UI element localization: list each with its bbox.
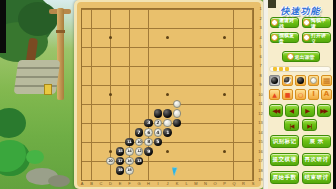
board-cell[interactable]: 12 [134,147,144,157]
board-cell[interactable] [144,52,154,62]
board-cell[interactable]: 14 [125,147,135,157]
letter-i-marker[interactable]: I [308,89,319,100]
board-cell[interactable] [115,109,125,119]
board-cell[interactable] [172,71,182,81]
board-cell[interactable] [144,42,154,52]
board-cell[interactable]: 15 [115,147,125,157]
board-cell[interactable] [172,23,182,33]
board-cell[interactable] [87,23,97,33]
board-cell[interactable] [182,166,192,176]
board-cell[interactable] [115,52,125,62]
white-stone-tool[interactable] [308,75,319,86]
board-cell[interactable]: 5 [153,137,163,147]
board-cell[interactable]: 16 [125,156,135,166]
board-cell[interactable] [125,42,135,52]
board-cell[interactable]: 6 [144,128,154,138]
board-cell[interactable] [210,23,220,33]
board-cell[interactable] [125,14,135,24]
board-cell[interactable] [229,156,239,166]
board-cell[interactable] [191,42,201,52]
board-cell[interactable] [191,14,201,24]
board-cell[interactable] [134,4,144,14]
board-cell[interactable] [134,14,144,24]
board-cell[interactable] [144,99,154,109]
board-cell[interactable] [106,33,116,43]
board-cell[interactable] [201,128,211,138]
board-cell[interactable] [210,4,220,14]
board-cell[interactable] [87,71,97,81]
board-cell[interactable] [172,147,182,157]
board-cell[interactable] [106,109,116,119]
board-cell[interactable] [220,128,230,138]
board-cell[interactable] [201,166,211,176]
board-cell[interactable] [77,52,87,62]
board-cell[interactable] [172,156,182,166]
board-cell[interactable] [191,71,201,81]
board-cell[interactable] [106,118,116,128]
board-cell[interactable] [115,137,125,147]
board-cell[interactable] [220,52,230,62]
board-cell[interactable] [87,137,97,147]
board-cell[interactable] [134,80,144,90]
board-cell[interactable] [77,14,87,24]
board-cell[interactable] [210,137,220,147]
board-cell[interactable] [239,80,249,90]
board-cell[interactable] [153,156,163,166]
board-cell[interactable] [106,99,116,109]
board-cell[interactable] [229,137,239,147]
board-cell[interactable] [153,71,163,81]
board-cell[interactable] [220,33,230,43]
board-cell[interactable] [125,4,135,14]
board-cell[interactable] [163,52,173,62]
board-cell[interactable] [239,42,249,52]
board-cell[interactable] [172,137,182,147]
board-cell[interactable] [96,166,106,176]
board-cell[interactable] [134,109,144,119]
triangle-marker[interactable]: ▲ [269,89,280,100]
board-cell[interactable] [182,33,192,43]
board-cell[interactable] [201,137,211,147]
board-cell[interactable] [163,109,173,119]
board-cell[interactable] [239,61,249,71]
board-cell[interactable]: 17 [115,156,125,166]
board-cell[interactable] [220,71,230,81]
board-cell[interactable] [182,4,192,14]
board-cell[interactable] [229,71,239,81]
board-cell[interactable] [191,52,201,62]
board-cell[interactable] [229,99,239,109]
board-cell[interactable] [220,61,230,71]
board-cell[interactable] [210,80,220,90]
board-cell[interactable]: 10 [134,137,144,147]
board-cell[interactable] [229,118,239,128]
board-cell[interactable] [134,33,144,43]
jump-to-end-button[interactable]: ▶| [302,119,317,131]
board-cell[interactable]: 11 [125,137,135,147]
board-cell[interactable] [87,166,97,176]
board-cell[interactable] [210,71,220,81]
board-cell[interactable] [229,52,239,62]
board-cell[interactable] [239,166,249,176]
board-cell[interactable]: 8 [144,137,154,147]
board-cell[interactable] [115,14,125,24]
black-stone-alt-tool[interactable] [295,75,306,86]
board-cell[interactable] [201,14,211,24]
board-cell[interactable] [239,109,249,119]
board-cell[interactable] [163,61,173,71]
board-cell[interactable] [229,23,239,33]
letter-a-marker[interactable]: A [321,89,332,100]
board-cell[interactable] [191,118,201,128]
function-button-5[interactable]: 原始手数 [270,171,299,184]
board-cell[interactable] [163,147,173,157]
board-cell[interactable] [182,128,192,138]
board-cell[interactable] [239,99,249,109]
board-cell[interactable] [96,99,106,109]
fast-forward-button[interactable]: ▶▶ [317,104,331,117]
board-cell[interactable] [172,61,182,71]
board-cell[interactable] [153,14,163,24]
board-cell[interactable] [239,52,249,62]
board-cell[interactable] [201,52,211,62]
board-cell[interactable] [201,61,211,71]
board-cell[interactable] [191,109,201,119]
board-cell[interactable] [229,128,239,138]
board-cell[interactable] [201,90,211,100]
board-cell[interactable] [115,99,125,109]
board-cell[interactable] [182,61,192,71]
board-cell[interactable] [106,42,116,52]
quick-button-1[interactable]: 邀请对战 [270,17,299,28]
board-cell[interactable] [210,128,220,138]
board-cell[interactable] [191,4,201,14]
board-cell[interactable] [182,71,192,81]
board-cell[interactable] [96,156,106,166]
board-cell[interactable] [87,14,97,24]
board-cell[interactable] [153,90,163,100]
board-cell[interactable] [172,4,182,14]
circle-marker[interactable]: ○ [295,89,306,100]
board-cell[interactable] [191,90,201,100]
board-cell[interactable] [77,23,87,33]
board-cell[interactable] [115,61,125,71]
board-cell[interactable] [77,137,87,147]
board-cell[interactable] [239,156,249,166]
board-cell[interactable] [239,147,249,157]
board-cell[interactable] [125,71,135,81]
board-cell[interactable] [96,23,106,33]
board-cell[interactable] [220,118,230,128]
board-cell[interactable] [210,52,220,62]
board-cell[interactable] [163,33,173,43]
board-cell[interactable]: 13 [134,156,144,166]
board-cell[interactable] [96,109,106,119]
board-cell[interactable] [229,166,239,176]
board-cell[interactable] [210,147,220,157]
board-cell[interactable] [163,14,173,24]
board-cell[interactable] [239,14,249,24]
board-cell[interactable] [77,33,87,43]
board-cell[interactable] [87,42,97,52]
board-cell[interactable] [172,118,182,128]
board-cell[interactable] [239,4,249,14]
board-cell[interactable] [220,23,230,33]
board-cell[interactable] [220,90,230,100]
board-cell[interactable] [87,4,97,14]
board-cell[interactable]: 4 [153,128,163,138]
board-cell[interactable] [201,118,211,128]
board-cell[interactable] [125,61,135,71]
board-cell[interactable] [229,90,239,100]
board-cell[interactable] [153,33,163,43]
board-cell[interactable] [172,99,182,109]
board-cell[interactable] [229,14,239,24]
board-cell[interactable] [106,147,116,157]
board-cell[interactable] [210,166,220,176]
board-cell[interactable] [163,80,173,90]
board-cell[interactable]: 9 [144,147,154,157]
board-cell[interactable] [153,80,163,90]
board-cell[interactable] [153,99,163,109]
board-cell[interactable] [125,23,135,33]
board-cell[interactable] [191,128,201,138]
board-cell[interactable] [153,52,163,62]
board-cell[interactable] [172,33,182,43]
board-cell[interactable] [106,80,116,90]
board-cell[interactable] [87,147,97,157]
board-cell[interactable] [191,166,201,176]
board-cell[interactable] [210,109,220,119]
board-cell[interactable] [201,147,211,157]
board-cell[interactable] [163,166,173,176]
board-cell[interactable] [106,14,116,24]
board-cell[interactable]: 3 [144,118,154,128]
board-cell[interactable] [106,128,116,138]
board-cell[interactable] [106,52,116,62]
board-cell[interactable] [172,14,182,24]
board-cell[interactable] [106,90,116,100]
board-cell[interactable] [172,42,182,52]
board-cell[interactable] [125,109,135,119]
quick-button-2[interactable]: 悔棋申请 [302,17,331,28]
board-cell[interactable] [191,137,201,147]
board-cell[interactable] [172,52,182,62]
board-cell[interactable] [115,4,125,14]
board-cell[interactable] [210,14,220,24]
board-cell[interactable] [96,14,106,24]
board-cell[interactable] [77,4,87,14]
board-cell[interactable] [134,61,144,71]
board-cell[interactable] [201,42,211,52]
function-button-6[interactable]: 结束研讨 [302,171,331,184]
board-cell[interactable] [239,90,249,100]
board-cell[interactable] [182,80,192,90]
board-cell[interactable] [115,90,125,100]
board-cell[interactable] [210,156,220,166]
board-cell[interactable] [220,137,230,147]
board-cell[interactable] [163,99,173,109]
board-cell[interactable] [87,128,97,138]
board-cell[interactable] [220,99,230,109]
board-cell[interactable] [134,42,144,52]
board-cell[interactable] [144,14,154,24]
board-cell[interactable] [96,71,106,81]
board-cell[interactable] [144,4,154,14]
board-cell[interactable] [96,61,106,71]
board-cell[interactable] [96,52,106,62]
board-cell[interactable] [134,99,144,109]
board-cell[interactable] [191,156,201,166]
board-cell[interactable] [191,23,201,33]
board-cell[interactable] [239,137,249,147]
board-cell[interactable] [77,42,87,52]
board-cell[interactable] [201,4,211,14]
board-cell[interactable] [77,156,87,166]
board-cell[interactable] [239,71,249,81]
board-cell[interactable] [125,52,135,62]
board-cell[interactable] [220,4,230,14]
board-cell[interactable] [220,109,230,119]
board-cell[interactable] [210,61,220,71]
board-cell[interactable] [210,118,220,128]
board-cell[interactable] [172,128,182,138]
board-cell[interactable] [201,33,211,43]
board-cell[interactable] [144,109,154,119]
board-cell[interactable] [172,90,182,100]
board-cell[interactable] [182,23,192,33]
board-cell[interactable]: 7 [134,128,144,138]
board-cell[interactable] [77,147,87,157]
square-marker[interactable]: ■ [282,89,293,100]
board-cell[interactable] [182,52,192,62]
board[interactable]: 3276411110851514129201716131918 [77,4,258,185]
function-button-2[interactable]: 展 示 [302,135,331,148]
board-cell[interactable] [106,166,116,176]
board-cell[interactable] [182,156,192,166]
black-stone-try-tool[interactable] [282,75,293,86]
board-cell[interactable] [239,33,249,43]
board-cell[interactable] [125,118,135,128]
board-cell[interactable] [144,71,154,81]
board-cell[interactable] [163,42,173,52]
board-cell[interactable] [201,80,211,90]
board-cell[interactable] [220,147,230,157]
board-cell[interactable] [77,166,87,176]
board-cell[interactable] [134,52,144,62]
board-cell[interactable] [201,23,211,33]
board-cell[interactable] [87,52,97,62]
board-cell[interactable] [115,71,125,81]
board-edit-tool[interactable]: ▦ [321,75,332,86]
board-cell[interactable] [220,14,230,24]
board-cell[interactable] [239,23,249,33]
board-cell[interactable] [106,61,116,71]
board-cell[interactable] [182,42,192,52]
board-cell[interactable] [96,4,106,14]
board-cell[interactable] [172,109,182,119]
board-cell[interactable] [115,42,125,52]
quick-button-4[interactable]: 打开讲义 [302,32,331,43]
board-cell[interactable] [201,99,211,109]
board-cell[interactable] [210,90,220,100]
board-cell[interactable] [106,4,116,14]
board-cell[interactable] [134,166,144,176]
board-cell[interactable] [77,80,87,90]
step-backward-button[interactable]: ◀ [285,104,299,117]
board-cell[interactable] [229,4,239,14]
board-cell[interactable] [134,118,144,128]
board-cell[interactable] [201,71,211,81]
jump-to-start-button[interactable]: |◀ [284,119,299,131]
board-cell[interactable] [182,14,192,24]
board-cell[interactable] [77,128,87,138]
board-cell[interactable] [77,61,87,71]
board-cell[interactable] [125,90,135,100]
board-cell[interactable] [106,71,116,81]
board-cell[interactable] [172,80,182,90]
board-cell[interactable] [163,71,173,81]
board-cell[interactable] [77,71,87,81]
board-cell[interactable] [87,156,97,166]
board-cell[interactable] [191,33,201,43]
board-cell[interactable] [220,156,230,166]
board-cell[interactable] [134,90,144,100]
board-cell[interactable] [229,80,239,90]
board-cell[interactable] [182,137,192,147]
board-cell[interactable] [96,42,106,52]
board-cell[interactable]: 1 [163,128,173,138]
board-cell[interactable] [87,99,97,109]
board-cell[interactable] [191,61,201,71]
board-cell[interactable] [77,90,87,100]
board-cell[interactable] [229,109,239,119]
board-cell[interactable] [96,33,106,43]
board-cell[interactable] [125,99,135,109]
board-cell[interactable]: 2 [153,118,163,128]
board-cell[interactable] [125,80,135,90]
board-cell[interactable] [153,4,163,14]
board-cell[interactable] [87,33,97,43]
board-cell[interactable] [87,61,97,71]
board-cell[interactable] [220,166,230,176]
exit-classroom-button[interactable]: 退出课堂 [282,51,320,62]
board-cell[interactable] [134,23,144,33]
board-cell[interactable] [201,156,211,166]
board-cell[interactable] [182,99,192,109]
board-cell[interactable] [144,33,154,43]
board-cell[interactable] [96,118,106,128]
board-cell[interactable]: 19 [115,166,125,176]
board-cell[interactable] [115,118,125,128]
board-cell[interactable] [182,118,192,128]
board-cell[interactable] [77,99,87,109]
board-cell[interactable] [191,80,201,90]
board-cell[interactable] [96,137,106,147]
board-cell[interactable] [182,109,192,119]
fast-backward-button[interactable]: ◀◀ [269,104,283,117]
board-cell[interactable] [210,33,220,43]
board-cell[interactable] [144,166,154,176]
board-cell[interactable] [210,42,220,52]
board-cell[interactable] [153,61,163,71]
board-cell[interactable] [210,99,220,109]
board-cell[interactable] [115,33,125,43]
board-cell[interactable] [115,128,125,138]
board-cell[interactable] [77,118,87,128]
board-cell[interactable] [201,109,211,119]
board-cell[interactable] [239,128,249,138]
